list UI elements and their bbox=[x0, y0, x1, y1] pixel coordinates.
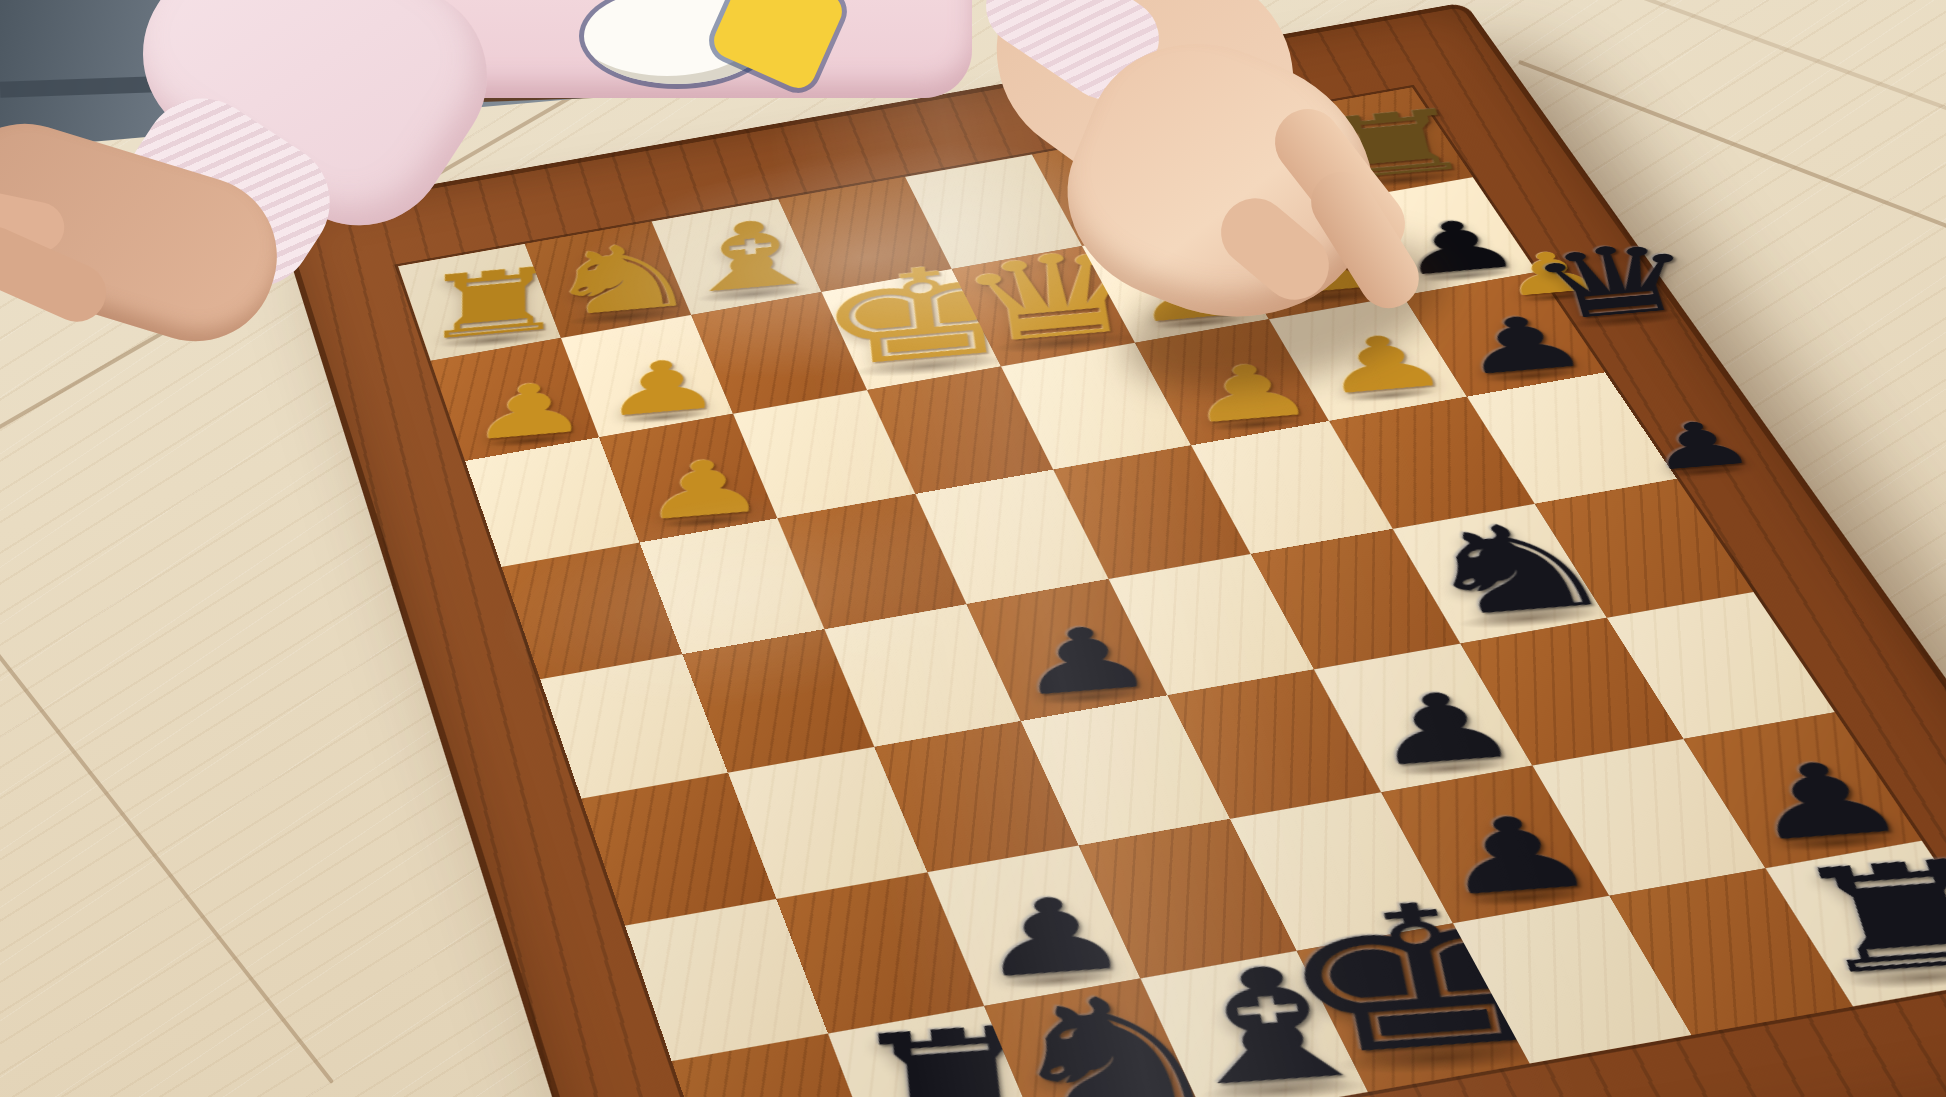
piece-black-queen-captured[interactable]: ♛ bbox=[1517, 232, 1714, 331]
piece-white-pawn-b7[interactable]: ♟ bbox=[599, 350, 726, 425]
photo-stage: ♜♞♝♜♟♟♚♛♟♝♟♟♟♟♟♟♞♟♟♟♟♜♞♝♚♜ ♟♛♟ bbox=[0, 0, 1946, 1097]
piece-black-pawn-captured[interactable]: ♟ bbox=[1637, 413, 1763, 478]
shirt-cartoon-star bbox=[708, 0, 847, 94]
piece-white-pawn-a7[interactable]: ♟ bbox=[468, 373, 593, 449]
piece-white-pawn-b6[interactable]: ♟ bbox=[638, 449, 772, 529]
